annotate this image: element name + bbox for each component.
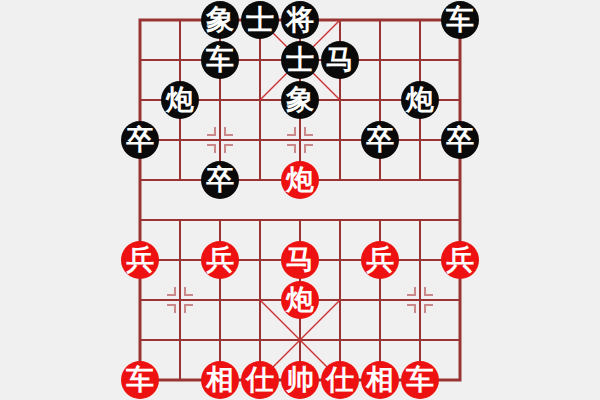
red-elephant[interactable]: 相 xyxy=(201,361,239,399)
red-soldier[interactable]: 兵 xyxy=(441,241,479,279)
red-soldier[interactable]: 兵 xyxy=(361,241,399,279)
black-general[interactable]: 将 xyxy=(281,1,319,39)
red-cannon[interactable]: 炮 xyxy=(281,281,319,319)
xiangqi-board[interactable]: 象士将车车士马炮象炮卒卒卒卒炮兵兵马兵兵炮车相仕帅仕相车 xyxy=(120,0,480,400)
black-horse[interactable]: 马 xyxy=(321,41,359,79)
black-advisor[interactable]: 士 xyxy=(241,1,279,39)
red-advisor[interactable]: 仕 xyxy=(241,361,279,399)
black-chariot[interactable]: 车 xyxy=(201,41,239,79)
black-soldier[interactable]: 卒 xyxy=(201,161,239,199)
red-chariot[interactable]: 车 xyxy=(121,361,159,399)
black-cannon[interactable]: 炮 xyxy=(161,81,199,119)
red-general[interactable]: 帅 xyxy=(281,361,319,399)
red-horse[interactable]: 马 xyxy=(281,241,319,279)
piece-layer: 象士将车车士马炮象炮卒卒卒卒炮兵兵马兵兵炮车相仕帅仕相车 xyxy=(120,0,480,400)
black-elephant[interactable]: 象 xyxy=(201,1,239,39)
red-soldier[interactable]: 兵 xyxy=(201,241,239,279)
xiangqi-app: 象士将车车士马炮象炮卒卒卒卒炮兵兵马兵兵炮车相仕帅仕相车 xyxy=(0,0,600,400)
red-advisor[interactable]: 仕 xyxy=(321,361,359,399)
black-soldier[interactable]: 卒 xyxy=(361,121,399,159)
red-chariot[interactable]: 车 xyxy=(401,361,439,399)
black-advisor[interactable]: 士 xyxy=(281,41,319,79)
red-soldier[interactable]: 兵 xyxy=(121,241,159,279)
black-cannon[interactable]: 炮 xyxy=(401,81,439,119)
red-cannon[interactable]: 炮 xyxy=(281,161,319,199)
red-elephant[interactable]: 相 xyxy=(361,361,399,399)
black-elephant[interactable]: 象 xyxy=(281,81,319,119)
black-chariot[interactable]: 车 xyxy=(441,1,479,39)
black-soldier[interactable]: 卒 xyxy=(121,121,159,159)
black-soldier[interactable]: 卒 xyxy=(441,121,479,159)
